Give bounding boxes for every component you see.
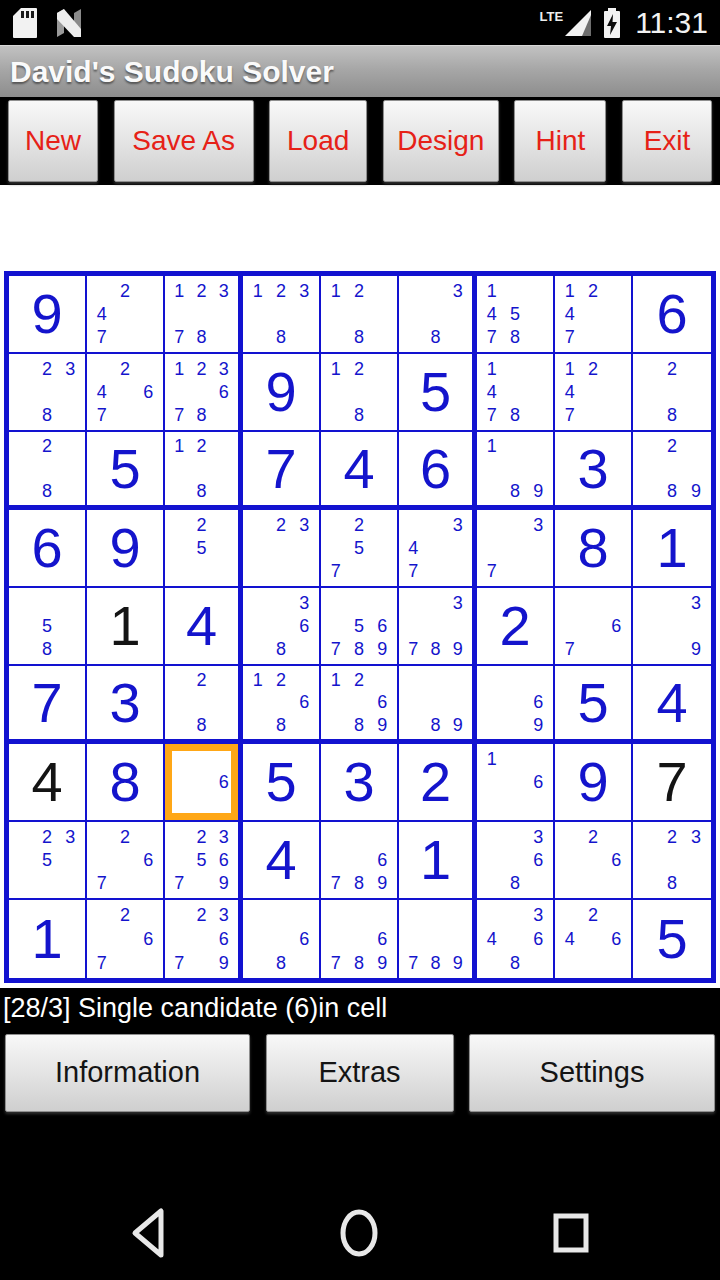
candidate-grid: 235679 bbox=[168, 825, 235, 895]
solved-digit: 3 bbox=[87, 666, 163, 739]
candidate-7 bbox=[636, 638, 660, 661]
cell-r5c7[interactable]: 2 bbox=[477, 588, 555, 666]
candidate-5 bbox=[190, 691, 212, 713]
cell-r9c9[interactable]: 5 bbox=[633, 900, 711, 978]
cell-r8c1[interactable]: 235 bbox=[9, 822, 87, 900]
candidate-7 bbox=[246, 638, 269, 661]
candidate-5 bbox=[347, 927, 370, 951]
candidate-6: 6 bbox=[527, 927, 550, 951]
candidate-8 bbox=[190, 560, 212, 583]
candidate-1 bbox=[636, 435, 660, 457]
candidate-7 bbox=[558, 951, 581, 975]
candidate-2: 2 bbox=[113, 279, 136, 302]
solved-digit: 1 bbox=[9, 900, 85, 978]
candidate-8 bbox=[424, 560, 446, 583]
candidate-7: 7 bbox=[558, 326, 581, 349]
candidate-9 bbox=[293, 560, 316, 583]
solved-digit: 2 bbox=[477, 588, 553, 664]
candidate-2: 2 bbox=[190, 669, 212, 691]
candidate-2 bbox=[503, 279, 526, 302]
candidate-9 bbox=[605, 951, 628, 975]
cell-r2c2[interactable]: 2467 bbox=[87, 354, 165, 432]
candidate-5 bbox=[347, 302, 370, 325]
load-button[interactable]: Load bbox=[269, 100, 367, 182]
candidate-7 bbox=[12, 480, 35, 502]
candidate-4 bbox=[480, 536, 503, 559]
candidate-4: 4 bbox=[558, 380, 581, 403]
candidate-4 bbox=[324, 536, 347, 559]
candidate-6 bbox=[684, 380, 708, 403]
cell-r3c7[interactable]: 189 bbox=[477, 432, 555, 510]
candidate-5 bbox=[660, 614, 684, 637]
cell-r4c8[interactable]: 8 bbox=[555, 510, 633, 588]
candidate-5 bbox=[503, 927, 526, 951]
candidate-6 bbox=[59, 457, 82, 479]
candidate-9 bbox=[293, 638, 316, 661]
solved-digit: 8 bbox=[555, 510, 631, 586]
solver-status-message: [28/3] Single candidate (6)in cell bbox=[0, 988, 720, 1030]
candidate-7: 7 bbox=[324, 638, 347, 661]
candidate-5 bbox=[347, 380, 370, 403]
cell-r2c7[interactable]: 1478 bbox=[477, 354, 555, 432]
cell-r6c8[interactable]: 5 bbox=[555, 666, 633, 744]
cell-r7c4[interactable]: 5 bbox=[243, 744, 321, 822]
candidate-3: 3 bbox=[447, 279, 469, 302]
candidate-2: 2 bbox=[660, 357, 684, 380]
candidate-8: 8 bbox=[503, 951, 526, 975]
save-as-button[interactable]: Save As bbox=[114, 100, 254, 182]
candidate-8 bbox=[190, 794, 212, 817]
candidate-2 bbox=[503, 513, 526, 536]
cell-r5c2[interactable]: 1 bbox=[87, 588, 165, 666]
candidate-4: 4 bbox=[90, 302, 113, 325]
cell-r3c3[interactable]: 128 bbox=[165, 432, 243, 510]
cell-r6c3[interactable]: 28 bbox=[165, 666, 243, 744]
cell-r9c7[interactable]: 3468 bbox=[477, 900, 555, 978]
candidate-3 bbox=[684, 357, 708, 380]
candidate-3 bbox=[293, 903, 316, 927]
design-button[interactable]: Design bbox=[383, 100, 499, 182]
candidate-grid: 12689 bbox=[324, 669, 394, 736]
candidate-1 bbox=[12, 591, 35, 614]
cell-r8c7[interactable]: 368 bbox=[477, 822, 555, 900]
candidate-2: 2 bbox=[113, 825, 136, 848]
candidate-5 bbox=[35, 457, 58, 479]
cell-r1c4[interactable]: 1238 bbox=[243, 276, 321, 354]
cell-r1c5[interactable]: 128 bbox=[321, 276, 399, 354]
cell-r4c3[interactable]: 25 bbox=[165, 510, 243, 588]
cell-r1c8[interactable]: 1247 bbox=[555, 276, 633, 354]
candidate-4 bbox=[246, 302, 269, 325]
cell-r6c4[interactable]: 1268 bbox=[243, 666, 321, 744]
candidate-grid: 23 bbox=[246, 513, 316, 583]
candidate-2: 2 bbox=[190, 435, 212, 457]
candidate-3 bbox=[137, 279, 160, 302]
candidate-5 bbox=[581, 302, 604, 325]
candidate-6 bbox=[59, 380, 82, 403]
candidate-8: 8 bbox=[35, 480, 58, 502]
candidate-9 bbox=[137, 872, 160, 895]
cell-r9c3[interactable]: 23679 bbox=[165, 900, 243, 978]
cell-r5c1[interactable]: 58 bbox=[9, 588, 87, 666]
cell-r9c8[interactable]: 246 bbox=[555, 900, 633, 978]
candidate-8 bbox=[581, 404, 604, 427]
status-bar: LTE 11:31 bbox=[0, 0, 720, 45]
extras-button[interactable]: Extras bbox=[266, 1034, 454, 1112]
cell-r3c4[interactable]: 7 bbox=[243, 432, 321, 510]
cell-r8c6[interactable]: 1 bbox=[399, 822, 477, 900]
candidate-2: 2 bbox=[35, 825, 58, 848]
candidate-5 bbox=[190, 927, 212, 951]
candidate-1: 1 bbox=[480, 435, 503, 457]
candidate-9: 9 bbox=[447, 714, 469, 736]
sudoku-board[interactable]: 9247123781238128381457812476238246712367… bbox=[4, 271, 716, 983]
candidate-2: 2 bbox=[35, 357, 58, 380]
cell-r6c9[interactable]: 4 bbox=[633, 666, 711, 744]
candidate-5 bbox=[503, 848, 526, 871]
cell-r4c1[interactable]: 6 bbox=[9, 510, 87, 588]
cell-r3c9[interactable]: 289 bbox=[633, 432, 711, 510]
candidate-8 bbox=[35, 872, 58, 895]
candidate-grid: 267 bbox=[90, 825, 160, 895]
cell-r1c6[interactable]: 38 bbox=[399, 276, 477, 354]
candidate-1 bbox=[90, 357, 113, 380]
page-title: David's Sudoku Solver bbox=[10, 55, 334, 89]
cell-r2c8[interactable]: 1247 bbox=[555, 354, 633, 432]
candidate-5: 5 bbox=[347, 614, 370, 637]
candidate-4 bbox=[324, 380, 347, 403]
candidate-grid: 68 bbox=[246, 903, 316, 975]
cell-r5c5[interactable]: 56789 bbox=[321, 588, 399, 666]
candidate-7 bbox=[324, 404, 347, 427]
candidate-8: 8 bbox=[347, 404, 370, 427]
candidate-8: 8 bbox=[269, 638, 292, 661]
candidate-4 bbox=[636, 457, 660, 479]
hint-button[interactable]: Hint bbox=[514, 100, 606, 182]
candidate-5 bbox=[581, 927, 604, 951]
candidate-6: 6 bbox=[605, 927, 628, 951]
cell-r6c2[interactable]: 3 bbox=[87, 666, 165, 744]
candidate-1 bbox=[636, 591, 660, 614]
back-icon[interactable] bbox=[128, 1206, 168, 1260]
cell-r8c5[interactable]: 6789 bbox=[321, 822, 399, 900]
cell-r9c6[interactable]: 789 bbox=[399, 900, 477, 978]
cell-r7c9[interactable]: 7 bbox=[633, 744, 711, 822]
candidate-9 bbox=[137, 326, 160, 349]
candidate-grid: 28 bbox=[636, 357, 708, 427]
cell-r7c7[interactable]: 16 bbox=[477, 744, 555, 822]
candidate-9 bbox=[213, 714, 235, 736]
home-icon[interactable] bbox=[337, 1206, 381, 1260]
candidate-3 bbox=[605, 903, 628, 927]
candidate-7 bbox=[480, 951, 503, 975]
cell-r7c1[interactable]: 4 bbox=[9, 744, 87, 822]
cell-r2c1[interactable]: 238 bbox=[9, 354, 87, 432]
title-bar: David's Sudoku Solver bbox=[0, 45, 720, 97]
candidate-2 bbox=[269, 591, 292, 614]
cell-r3c1[interactable]: 28 bbox=[9, 432, 87, 510]
candidate-7: 7 bbox=[480, 326, 503, 349]
candidate-8: 8 bbox=[660, 404, 684, 427]
candidate-1 bbox=[480, 825, 503, 848]
candidate-3 bbox=[527, 669, 550, 691]
candidate-3 bbox=[137, 357, 160, 380]
candidate-9: 9 bbox=[447, 638, 469, 661]
cell-r2c9[interactable]: 28 bbox=[633, 354, 711, 432]
candidate-5 bbox=[269, 927, 292, 951]
candidate-7 bbox=[246, 714, 269, 736]
candidate-3 bbox=[605, 591, 628, 614]
candidate-grid: 789 bbox=[402, 903, 469, 975]
cell-r2c4[interactable]: 9 bbox=[243, 354, 321, 432]
cell-r3c5[interactable]: 4 bbox=[321, 432, 399, 510]
candidate-grid: 69 bbox=[480, 669, 550, 736]
candidate-6: 6 bbox=[527, 770, 550, 793]
candidate-2: 2 bbox=[581, 825, 604, 848]
cell-r8c9[interactable]: 238 bbox=[633, 822, 711, 900]
candidate-9 bbox=[59, 404, 82, 427]
candidate-6 bbox=[371, 380, 394, 403]
candidate-5: 5 bbox=[190, 848, 212, 871]
candidate-9 bbox=[59, 480, 82, 502]
candidate-3 bbox=[213, 669, 235, 691]
android-nav-bar bbox=[0, 1185, 720, 1280]
cell-r3c8[interactable]: 3 bbox=[555, 432, 633, 510]
candidate-4 bbox=[168, 457, 190, 479]
cell-r8c8[interactable]: 26 bbox=[555, 822, 633, 900]
cell-r5c4[interactable]: 368 bbox=[243, 588, 321, 666]
candidate-9: 9 bbox=[447, 951, 469, 975]
candidate-8: 8 bbox=[503, 404, 526, 427]
candidate-grid: 267 bbox=[90, 903, 160, 975]
candidate-8: 8 bbox=[190, 326, 212, 349]
solved-digit: 5 bbox=[87, 432, 163, 505]
candidate-grid: 12378 bbox=[168, 279, 235, 349]
candidate-1 bbox=[90, 825, 113, 848]
candidate-5 bbox=[269, 691, 292, 713]
candidate-2 bbox=[347, 591, 370, 614]
candidate-2 bbox=[347, 825, 370, 848]
candidate-1 bbox=[246, 513, 269, 536]
cell-r4c6[interactable]: 347 bbox=[399, 510, 477, 588]
candidate-3 bbox=[59, 435, 82, 457]
cell-r9c1[interactable]: 1 bbox=[9, 900, 87, 978]
candidate-4 bbox=[168, 770, 190, 793]
candidate-6: 6 bbox=[137, 380, 160, 403]
candidate-grid: 3789 bbox=[402, 591, 469, 661]
action-button-row: Information Extras Settings bbox=[0, 1030, 720, 1115]
candidate-4 bbox=[168, 302, 190, 325]
settings-button[interactable]: Settings bbox=[469, 1034, 715, 1112]
candidate-4 bbox=[12, 457, 35, 479]
candidate-4: 4 bbox=[558, 302, 581, 325]
cell-r7c8[interactable]: 9 bbox=[555, 744, 633, 822]
cell-r4c7[interactable]: 37 bbox=[477, 510, 555, 588]
candidate-1: 1 bbox=[246, 279, 269, 302]
candidate-7: 7 bbox=[324, 560, 347, 583]
cell-r7c2[interactable]: 8 bbox=[87, 744, 165, 822]
candidate-9 bbox=[371, 560, 394, 583]
candidate-3 bbox=[605, 279, 628, 302]
candidate-9 bbox=[684, 872, 708, 895]
candidate-9: 9 bbox=[371, 714, 394, 736]
solved-digit: 7 bbox=[243, 432, 319, 505]
candidate-1 bbox=[168, 747, 190, 770]
cell-r6c1[interactable]: 7 bbox=[9, 666, 87, 744]
solved-digit: 4 bbox=[165, 588, 238, 664]
candidate-3: 3 bbox=[293, 591, 316, 614]
candidate-9: 9 bbox=[371, 638, 394, 661]
solved-digit: 6 bbox=[633, 276, 711, 352]
cell-r6c7[interactable]: 69 bbox=[477, 666, 555, 744]
candidate-5 bbox=[269, 614, 292, 637]
given-digit: 1 bbox=[87, 588, 163, 664]
cell-r1c3[interactable]: 12378 bbox=[165, 276, 243, 354]
candidate-2: 2 bbox=[660, 435, 684, 457]
candidate-7: 7 bbox=[90, 404, 113, 427]
cell-r1c9[interactable]: 6 bbox=[633, 276, 711, 354]
solved-digit: 1 bbox=[399, 822, 472, 898]
candidate-7 bbox=[12, 404, 35, 427]
candidate-7: 7 bbox=[558, 404, 581, 427]
cell-r8c2[interactable]: 267 bbox=[87, 822, 165, 900]
cell-r2c3[interactable]: 123678 bbox=[165, 354, 243, 432]
solved-digit: 4 bbox=[633, 666, 711, 739]
cell-r4c4[interactable]: 23 bbox=[243, 510, 321, 588]
candidate-9: 9 bbox=[371, 951, 394, 975]
cell-r9c5[interactable]: 6789 bbox=[321, 900, 399, 978]
candidate-grid: 238 bbox=[636, 825, 708, 895]
candidate-9 bbox=[447, 326, 469, 349]
cell-r3c2[interactable]: 5 bbox=[87, 432, 165, 510]
candidate-9 bbox=[527, 326, 550, 349]
cell-r8c4[interactable]: 4 bbox=[243, 822, 321, 900]
candidate-6 bbox=[293, 536, 316, 559]
cell-r2c6[interactable]: 5 bbox=[399, 354, 477, 432]
candidate-2 bbox=[35, 591, 58, 614]
solved-digit: 1 bbox=[633, 510, 711, 586]
candidate-2: 2 bbox=[269, 279, 292, 302]
information-button[interactable]: Information bbox=[5, 1034, 250, 1112]
cell-r8c3[interactable]: 235679 bbox=[165, 822, 243, 900]
candidate-6 bbox=[213, 302, 235, 325]
candidate-2 bbox=[503, 357, 526, 380]
candidate-7 bbox=[480, 794, 503, 817]
cell-r5c9[interactable]: 39 bbox=[633, 588, 711, 666]
candidate-7 bbox=[402, 326, 424, 349]
sd-card-icon bbox=[12, 7, 38, 39]
candidate-8 bbox=[190, 951, 212, 975]
candidate-4 bbox=[90, 848, 113, 871]
candidate-4 bbox=[168, 691, 190, 713]
candidate-4 bbox=[480, 848, 503, 871]
candidate-8: 8 bbox=[347, 326, 370, 349]
recents-icon[interactable] bbox=[550, 1209, 592, 1257]
candidate-2 bbox=[581, 591, 604, 614]
candidate-grid: 6789 bbox=[324, 903, 394, 975]
candidate-6 bbox=[527, 380, 550, 403]
candidate-3 bbox=[527, 279, 550, 302]
candidate-5 bbox=[503, 380, 526, 403]
cell-r7c5[interactable]: 3 bbox=[321, 744, 399, 822]
cell-r1c1[interactable]: 9 bbox=[9, 276, 87, 354]
candidate-3 bbox=[684, 435, 708, 457]
candidate-1 bbox=[324, 513, 347, 536]
candidate-6: 6 bbox=[293, 691, 316, 713]
candidate-1: 1 bbox=[480, 357, 503, 380]
cell-r4c2[interactable]: 9 bbox=[87, 510, 165, 588]
candidate-3 bbox=[605, 825, 628, 848]
candidate-8 bbox=[113, 326, 136, 349]
candidate-5 bbox=[190, 380, 212, 403]
candidate-3: 3 bbox=[213, 903, 235, 927]
candidate-9: 9 bbox=[371, 872, 394, 895]
candidate-8: 8 bbox=[503, 326, 526, 349]
candidate-grid: 3468 bbox=[480, 903, 550, 975]
candidate-8 bbox=[503, 714, 526, 736]
candidate-6: 6 bbox=[371, 848, 394, 871]
candidate-8: 8 bbox=[35, 638, 58, 661]
candidate-9 bbox=[605, 638, 628, 661]
cell-r5c8[interactable]: 67 bbox=[555, 588, 633, 666]
cell-r4c9[interactable]: 1 bbox=[633, 510, 711, 588]
candidate-2 bbox=[503, 825, 526, 848]
candidate-6: 6 bbox=[293, 614, 316, 637]
cell-r5c6[interactable]: 3789 bbox=[399, 588, 477, 666]
cell-r6c6[interactable]: 89 bbox=[399, 666, 477, 744]
cell-r1c2[interactable]: 247 bbox=[87, 276, 165, 354]
candidate-grid: 6 bbox=[168, 747, 235, 817]
new-button[interactable]: New bbox=[8, 100, 98, 182]
cell-r7c3[interactable]: 6 bbox=[165, 744, 243, 822]
cell-r9c2[interactable]: 267 bbox=[87, 900, 165, 978]
cell-r9c4[interactable]: 68 bbox=[243, 900, 321, 978]
candidate-8: 8 bbox=[660, 480, 684, 502]
candidate-2 bbox=[503, 669, 526, 691]
candidate-3 bbox=[371, 825, 394, 848]
candidate-4 bbox=[12, 614, 35, 637]
candidate-3 bbox=[293, 669, 316, 691]
cell-r2c5[interactable]: 128 bbox=[321, 354, 399, 432]
cell-r6c5[interactable]: 12689 bbox=[321, 666, 399, 744]
cell-r4c5[interactable]: 257 bbox=[321, 510, 399, 588]
candidate-6: 6 bbox=[213, 770, 235, 793]
candidate-7 bbox=[324, 714, 347, 736]
candidate-4 bbox=[480, 457, 503, 479]
cell-r5c3[interactable]: 4 bbox=[165, 588, 243, 666]
candidate-3 bbox=[605, 357, 628, 380]
candidate-4 bbox=[636, 848, 660, 871]
cell-r1c7[interactable]: 14578 bbox=[477, 276, 555, 354]
cell-r3c6[interactable]: 6 bbox=[399, 432, 477, 510]
candidate-9 bbox=[213, 326, 235, 349]
candidate-2: 2 bbox=[347, 357, 370, 380]
candidate-1 bbox=[402, 903, 424, 927]
candidate-7: 7 bbox=[168, 326, 190, 349]
exit-button[interactable]: Exit bbox=[622, 100, 712, 182]
candidate-grid: 26 bbox=[558, 825, 628, 895]
candidate-6 bbox=[59, 614, 82, 637]
candidate-5 bbox=[660, 848, 684, 871]
candidate-5 bbox=[581, 614, 604, 637]
candidate-7 bbox=[168, 560, 190, 583]
candidate-5 bbox=[190, 770, 212, 793]
battery-charging-icon bbox=[603, 7, 621, 39]
candidate-5: 5 bbox=[35, 848, 58, 871]
cell-r7c6[interactable]: 2 bbox=[399, 744, 477, 822]
candidate-7 bbox=[402, 714, 424, 736]
candidate-3: 3 bbox=[527, 903, 550, 927]
